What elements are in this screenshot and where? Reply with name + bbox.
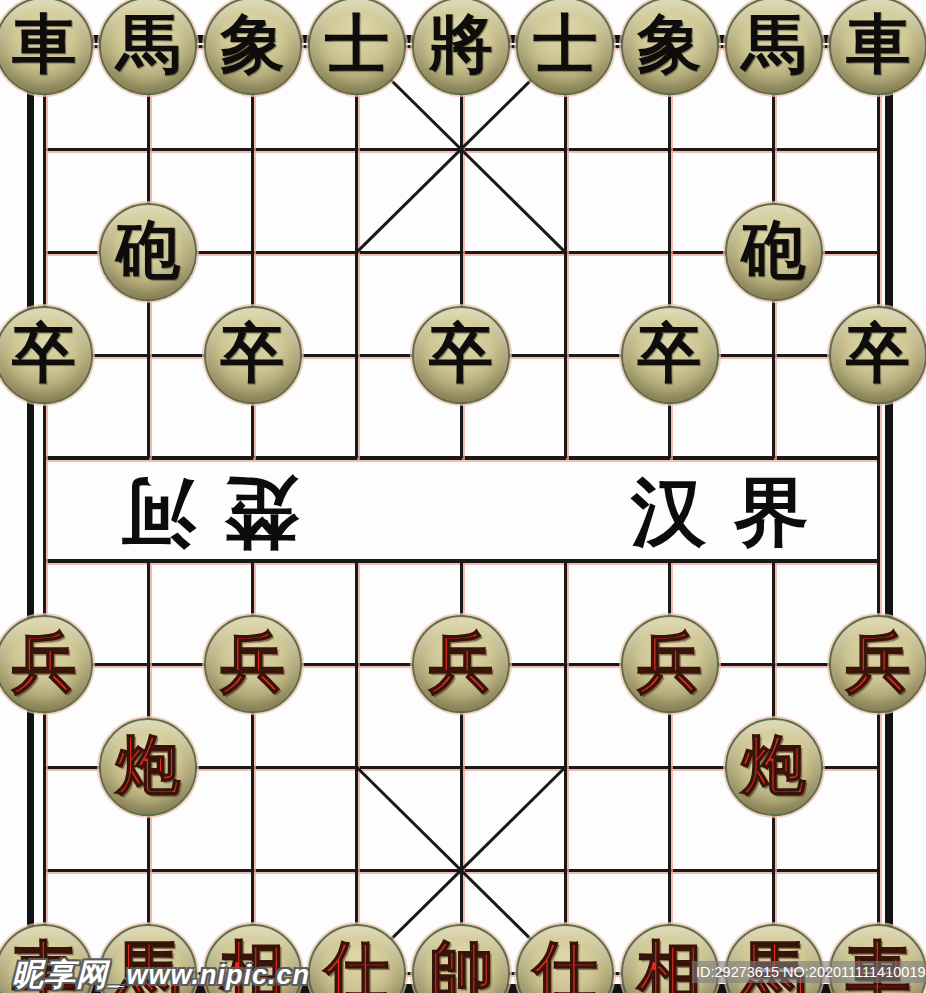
piece-glyph: 士 — [533, 13, 597, 77]
piece-glyph: 將 — [429, 13, 493, 77]
xiangqi-board: 楚河 汉界 車馬象士將士象馬車砲砲卒卒卒卒卒兵兵兵兵兵炮炮車馬相仕帥仕相馬車 昵… — [0, 0, 926, 993]
piece-red-soldier[interactable]: 兵 — [621, 615, 719, 713]
piece-red-advisor[interactable]: 仕 — [516, 924, 614, 993]
piece-black-elephant[interactable]: 象 — [621, 0, 719, 95]
piece-glyph: 卒 — [638, 322, 702, 386]
piece-glyph: 帥 — [429, 940, 493, 993]
piece-glyph: 兵 — [846, 631, 910, 695]
piece-black-soldier[interactable]: 卒 — [829, 306, 926, 404]
piece-black-horse[interactable]: 馬 — [725, 0, 823, 95]
piece-black-soldier[interactable]: 卒 — [621, 306, 719, 404]
watermark-site: 昵享网 _ www.nipic.cn — [12, 954, 310, 993]
piece-red-soldier[interactable]: 兵 — [412, 615, 510, 713]
piece-black-advisor[interactable]: 士 — [516, 0, 614, 95]
piece-black-cannon[interactable]: 砲 — [725, 203, 823, 301]
watermark-id-bar: ID:29273615 NO:20201111141001949820 — [692, 961, 926, 983]
watermark-site-logo: 昵享网 — [12, 954, 108, 993]
piece-black-cannon[interactable]: 砲 — [99, 203, 197, 301]
piece-black-elephant[interactable]: 象 — [204, 0, 302, 95]
piece-glyph: 砲 — [116, 219, 180, 283]
piece-black-advisor[interactable]: 士 — [308, 0, 406, 95]
piece-glyph: 仕 — [325, 940, 389, 993]
piece-red-advisor[interactable]: 仕 — [308, 924, 406, 993]
piece-glyph: 兵 — [221, 631, 285, 695]
piece-glyph: 車 — [12, 13, 76, 77]
piece-red-cannon[interactable]: 炮 — [99, 718, 197, 816]
piece-glyph: 炮 — [742, 734, 806, 798]
piece-glyph: 炮 — [116, 734, 180, 798]
piece-glyph: 卒 — [12, 322, 76, 386]
piece-red-soldier[interactable]: 兵 — [829, 615, 926, 713]
piece-black-soldier[interactable]: 卒 — [204, 306, 302, 404]
watermark-separator: _ — [110, 960, 124, 991]
piece-glyph: 兵 — [12, 631, 76, 695]
river-label-chu-he: 楚河 — [93, 462, 299, 563]
piece-glyph: 兵 — [429, 631, 493, 695]
piece-black-general[interactable]: 將 — [412, 0, 510, 95]
piece-glyph: 車 — [846, 13, 910, 77]
river-right-text: 汉界 — [631, 471, 837, 554]
piece-black-chariot[interactable]: 車 — [829, 0, 926, 95]
piece-black-chariot[interactable]: 車 — [0, 0, 93, 95]
piece-glyph: 士 — [325, 13, 389, 77]
piece-glyph: 馬 — [742, 13, 806, 77]
piece-glyph: 兵 — [638, 631, 702, 695]
piece-black-soldier[interactable]: 卒 — [0, 306, 93, 404]
piece-glyph: 象 — [638, 13, 702, 77]
river-label-han-jie: 汉界 — [631, 463, 837, 564]
watermark-site-url: www.nipic.cn — [126, 960, 310, 991]
piece-glyph: 卒 — [221, 322, 285, 386]
piece-glyph: 卒 — [846, 322, 910, 386]
piece-red-soldier[interactable]: 兵 — [204, 615, 302, 713]
piece-glyph: 仕 — [533, 940, 597, 993]
piece-black-soldier[interactable]: 卒 — [412, 306, 510, 404]
piece-glyph: 象 — [221, 13, 285, 77]
piece-black-horse[interactable]: 馬 — [99, 0, 197, 95]
piece-glyph: 馬 — [116, 13, 180, 77]
piece-red-cannon[interactable]: 炮 — [725, 718, 823, 816]
piece-red-general[interactable]: 帥 — [412, 924, 510, 993]
river-left-text: 楚河 — [93, 472, 299, 555]
piece-glyph: 卒 — [429, 322, 493, 386]
piece-glyph: 砲 — [742, 219, 806, 283]
piece-red-soldier[interactable]: 兵 — [0, 615, 93, 713]
